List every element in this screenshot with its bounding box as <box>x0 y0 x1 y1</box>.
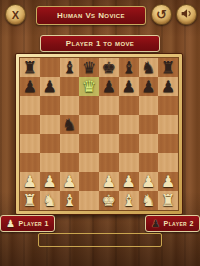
square-f1[interactable]: ♝ <box>119 191 139 210</box>
square-g2[interactable]: ♟ <box>139 172 159 191</box>
white-knight[interactable]: ♞ <box>42 191 56 210</box>
black-king[interactable]: ♚ <box>102 58 116 77</box>
black-queen[interactable]: ♛ <box>82 58 96 77</box>
black-rook[interactable]: ♜ <box>23 58 37 77</box>
undo-button[interactable]: ↺ <box>151 4 172 25</box>
square-h5[interactable] <box>158 115 178 134</box>
square-e8[interactable]: ♚ <box>99 58 119 77</box>
square-b1[interactable]: ♞ <box>40 191 60 210</box>
white-pawn[interactable]: ♟ <box>102 172 116 191</box>
square-f5[interactable] <box>119 115 139 134</box>
square-a4[interactable] <box>20 134 40 153</box>
square-d1[interactable] <box>79 191 99 210</box>
square-a6[interactable] <box>20 96 40 115</box>
black-pawn[interactable]: ♟ <box>23 77 37 96</box>
black-bishop[interactable]: ♝ <box>62 58 76 77</box>
speaker-icon <box>180 6 193 24</box>
chess-board: ♜♝♛♚♝♞♜♟♟♛♟♟♟♟♞♟♟♟♟♟♟♟♜♞♝♚♝♞♜ <box>19 57 179 211</box>
square-d5[interactable] <box>79 115 99 134</box>
black-pawn[interactable]: ♟ <box>121 77 135 96</box>
square-h7[interactable]: ♟ <box>158 77 178 96</box>
white-pawn[interactable]: ♟ <box>42 172 56 191</box>
square-e1[interactable]: ♚ <box>99 191 119 210</box>
square-h6[interactable] <box>158 96 178 115</box>
board-frame: ♜♝♛♚♝♞♜♟♟♛♟♟♟♟♞♟♟♟♟♟♟♟♜♞♝♚♝♞♜ <box>15 53 183 215</box>
square-b2[interactable]: ♟ <box>40 172 60 191</box>
square-c3[interactable] <box>60 153 80 172</box>
square-c7[interactable] <box>60 77 80 96</box>
square-d7[interactable]: ♛ <box>79 77 99 96</box>
square-c5[interactable]: ♞ <box>60 115 80 134</box>
player2-bar[interactable]: ♟ Player 2 <box>145 215 200 232</box>
title-text: Human Vs Novice <box>57 11 125 20</box>
square-e6[interactable] <box>99 96 119 115</box>
white-pawn-icon: ♟ <box>6 219 15 229</box>
square-g5[interactable] <box>139 115 159 134</box>
square-d3[interactable] <box>79 153 99 172</box>
square-d8[interactable]: ♛ <box>79 58 99 77</box>
square-a8[interactable]: ♜ <box>20 58 40 77</box>
black-pawn[interactable]: ♟ <box>102 77 116 96</box>
square-e4[interactable] <box>99 134 119 153</box>
square-f4[interactable] <box>119 134 139 153</box>
square-b5[interactable] <box>40 115 60 134</box>
black-knight[interactable]: ♞ <box>62 115 76 134</box>
square-b3[interactable] <box>40 153 60 172</box>
black-bishop[interactable]: ♝ <box>121 58 135 77</box>
white-queen[interactable]: ♛ <box>82 77 96 96</box>
square-c2[interactable]: ♟ <box>60 172 80 191</box>
player1-label: Player 1 <box>19 220 49 227</box>
black-pawn[interactable]: ♟ <box>141 77 155 96</box>
white-bishop[interactable]: ♝ <box>62 191 76 210</box>
square-f6[interactable] <box>119 96 139 115</box>
square-a7[interactable]: ♟ <box>20 77 40 96</box>
square-c4[interactable] <box>60 134 80 153</box>
square-b8[interactable] <box>40 58 60 77</box>
square-c6[interactable] <box>60 96 80 115</box>
black-pawn-icon: ♟ <box>151 219 160 229</box>
player2-label: Player 2 <box>164 220 194 227</box>
square-e2[interactable]: ♟ <box>99 172 119 191</box>
white-knight[interactable]: ♞ <box>141 191 155 210</box>
square-a3[interactable] <box>20 153 40 172</box>
square-g4[interactable] <box>139 134 159 153</box>
square-e3[interactable] <box>99 153 119 172</box>
white-rook[interactable]: ♜ <box>23 191 37 210</box>
undo-icon: ↺ <box>156 7 167 22</box>
square-a5[interactable] <box>20 115 40 134</box>
square-d2[interactable] <box>79 172 99 191</box>
square-h8[interactable]: ♜ <box>158 58 178 77</box>
white-pawn[interactable]: ♟ <box>141 172 155 191</box>
white-pawn[interactable]: ♟ <box>121 172 135 191</box>
square-f2[interactable]: ♟ <box>119 172 139 191</box>
square-a2[interactable]: ♟ <box>20 172 40 191</box>
white-bishop[interactable]: ♝ <box>121 191 135 210</box>
black-pawn[interactable]: ♟ <box>42 77 56 96</box>
status-banner: Player 1 to move <box>40 35 160 52</box>
square-b6[interactable] <box>40 96 60 115</box>
square-g1[interactable]: ♞ <box>139 191 159 210</box>
square-g8[interactable]: ♞ <box>139 58 159 77</box>
close-icon: X <box>12 9 19 21</box>
black-pawn[interactable]: ♟ <box>161 77 175 96</box>
sound-button[interactable] <box>176 4 197 25</box>
square-h4[interactable] <box>158 134 178 153</box>
black-knight[interactable]: ♞ <box>141 58 155 77</box>
player1-bar[interactable]: ♟ Player 1 <box>0 215 55 232</box>
square-h1[interactable]: ♜ <box>158 191 178 210</box>
square-f8[interactable]: ♝ <box>119 58 139 77</box>
status-text: Player 1 to move <box>66 39 135 48</box>
page-title: Human Vs Novice <box>36 6 146 25</box>
square-f7[interactable]: ♟ <box>119 77 139 96</box>
square-g3[interactable] <box>139 153 159 172</box>
white-pawn[interactable]: ♟ <box>62 172 76 191</box>
square-e7[interactable]: ♟ <box>99 77 119 96</box>
square-d4[interactable] <box>79 134 99 153</box>
square-e5[interactable] <box>99 115 119 134</box>
black-rook[interactable]: ♜ <box>161 58 175 77</box>
square-b4[interactable] <box>40 134 60 153</box>
square-a1[interactable]: ♜ <box>20 191 40 210</box>
white-pawn[interactable]: ♟ <box>161 172 175 191</box>
square-f3[interactable] <box>119 153 139 172</box>
square-d6[interactable] <box>79 96 99 115</box>
app-screen: X Human Vs Novice ↺ Player 1 to move ♜♝♛… <box>0 0 200 266</box>
square-g7[interactable]: ♟ <box>139 77 159 96</box>
white-pawn[interactable]: ♟ <box>23 172 37 191</box>
close-button[interactable]: X <box>5 4 26 25</box>
white-king[interactable]: ♚ <box>102 191 116 210</box>
square-b7[interactable]: ♟ <box>40 77 60 96</box>
white-rook[interactable]: ♜ <box>161 191 175 210</box>
square-g6[interactable] <box>139 96 159 115</box>
square-c1[interactable]: ♝ <box>60 191 80 210</box>
banner-placeholder <box>38 233 162 247</box>
square-h3[interactable] <box>158 153 178 172</box>
square-c8[interactable]: ♝ <box>60 58 80 77</box>
square-h2[interactable]: ♟ <box>158 172 178 191</box>
